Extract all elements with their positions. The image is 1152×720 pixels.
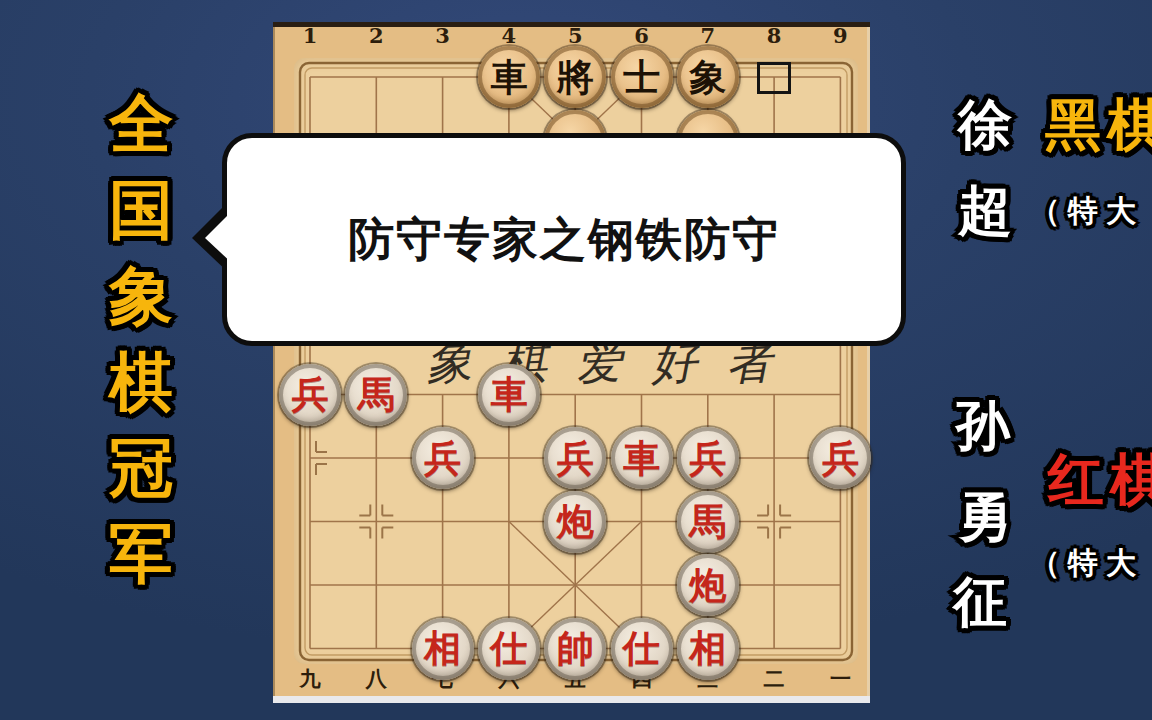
- piece-馬-red[interactable]: 馬: [345, 364, 407, 426]
- last-move-marker: [757, 62, 791, 94]
- piece-車-black[interactable]: 車: [478, 46, 540, 108]
- piece-將-black[interactable]: 將: [544, 46, 606, 108]
- banner-char: 军: [99, 522, 183, 586]
- file-label-top: 9: [820, 24, 860, 48]
- piece-glyph: 士: [623, 59, 660, 96]
- piece-兵-red[interactable]: 兵: [279, 364, 341, 426]
- file-label-top: 3: [423, 24, 463, 48]
- piece-兵-red[interactable]: 兵: [544, 427, 606, 489]
- piece-glyph: 車: [490, 376, 527, 413]
- black-player-name-2: 超: [958, 184, 1012, 238]
- caption-bubble: 防守专家之钢铁防守: [222, 133, 906, 346]
- bubble-tail: [205, 208, 235, 266]
- piece-glyph: 兵: [822, 440, 859, 477]
- banner-char: 象: [99, 264, 183, 328]
- piece-相-red[interactable]: 相: [677, 618, 739, 680]
- piece-炮-red[interactable]: 炮: [544, 491, 606, 553]
- piece-相-red[interactable]: 相: [412, 618, 474, 680]
- banner-char: 棋: [99, 350, 183, 414]
- piece-glyph: 馬: [689, 503, 726, 540]
- piece-glyph: 相: [689, 630, 726, 667]
- piece-glyph: 仕: [490, 630, 527, 667]
- piece-車-red[interactable]: 車: [611, 427, 673, 489]
- piece-glyph: 兵: [424, 440, 461, 477]
- black-side-label: 黑棋: [1045, 97, 1152, 153]
- piece-glyph: 馬: [358, 376, 395, 413]
- piece-glyph: 象: [689, 59, 726, 96]
- file-label-top: 4: [489, 24, 529, 48]
- piece-glyph: 兵: [689, 440, 726, 477]
- red-player-name-3: 征: [953, 575, 1007, 629]
- piece-glyph: 炮: [689, 567, 726, 604]
- piece-士-black[interactable]: 士: [611, 46, 673, 108]
- file-label-top: 7: [688, 24, 728, 48]
- piece-炮-red[interactable]: 炮: [677, 554, 739, 616]
- piece-象-black[interactable]: 象: [677, 46, 739, 108]
- file-label-bottom: 九: [290, 666, 330, 692]
- piece-glyph: 仕: [623, 630, 660, 667]
- file-label-top: 2: [356, 24, 396, 48]
- piece-仕-red[interactable]: 仕: [611, 618, 673, 680]
- file-label-bottom: 一: [820, 666, 860, 692]
- piece-兵-red[interactable]: 兵: [677, 427, 739, 489]
- red-side-label: 红棋: [1048, 452, 1152, 508]
- file-label-bottom: 八: [356, 666, 396, 692]
- banner-char: 国: [99, 178, 183, 242]
- piece-車-red[interactable]: 車: [478, 364, 540, 426]
- piece-glyph: 兵: [292, 376, 329, 413]
- piece-glyph: 帥: [557, 630, 594, 667]
- file-label-top: 5: [555, 24, 595, 48]
- piece-glyph: 車: [623, 440, 660, 477]
- piece-仕-red[interactable]: 仕: [478, 618, 540, 680]
- video-frame: 象棋爱好者 123456789九八七六五四三二一 車將士象兵馬車兵兵車兵兵炮馬炮…: [0, 0, 1152, 720]
- piece-glyph: 將: [557, 59, 594, 96]
- black-player-title: （特大: [1030, 196, 1144, 226]
- piece-帥-red[interactable]: 帥: [544, 618, 606, 680]
- file-label-bottom: 二: [754, 666, 794, 692]
- banner-char: 冠: [99, 436, 183, 500]
- piece-glyph: 兵: [557, 440, 594, 477]
- file-label-top: 6: [622, 24, 662, 48]
- caption-text: 防守专家之钢铁防守: [348, 209, 780, 271]
- piece-glyph: 炮: [557, 503, 594, 540]
- red-player-name-2: 勇: [958, 490, 1012, 544]
- piece-馬-red[interactable]: 馬: [677, 491, 739, 553]
- red-player-title: （特大: [1030, 548, 1144, 578]
- black-player-name-1: 徐: [958, 98, 1012, 152]
- file-label-top: 1: [290, 24, 330, 48]
- piece-兵-red[interactable]: 兵: [412, 427, 474, 489]
- banner-char: 全: [99, 92, 183, 156]
- file-label-top: 8: [754, 24, 794, 48]
- piece-兵-red[interactable]: 兵: [809, 427, 871, 489]
- piece-glyph: 車: [490, 59, 527, 96]
- red-player-name-1: 孙: [956, 399, 1010, 453]
- piece-glyph: 相: [424, 630, 461, 667]
